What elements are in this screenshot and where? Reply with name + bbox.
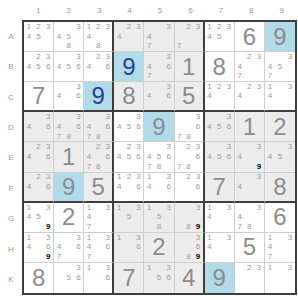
candidate-empty	[34, 72, 44, 82]
candidates: 12345	[205, 22, 234, 51]
candidate-3: 3	[134, 173, 144, 182]
candidate-2: 2	[244, 263, 254, 273]
candidates: 2346	[84, 52, 112, 81]
candidate-empty	[175, 142, 184, 152]
candidate-empty	[74, 72, 84, 82]
candidate-empty	[175, 32, 184, 42]
candidate-empty	[265, 142, 275, 152]
candidate-empty	[275, 82, 285, 91]
candidate-empty	[124, 203, 134, 213]
candidate-9: 9	[193, 222, 202, 232]
candidate-empty	[43, 191, 53, 200]
candidate-7: 7	[175, 132, 184, 142]
cell-K1[interactable]: 8	[24, 263, 54, 293]
candidate-empty	[244, 101, 254, 110]
candidate-empty	[214, 162, 224, 172]
cell-G9[interactable]: 6	[265, 203, 295, 233]
col-label-6: 6	[175, 0, 205, 20]
big-digit-1: 1	[54, 142, 83, 171]
candidate-3: 3	[164, 263, 174, 273]
candidate-6: 6	[103, 273, 112, 283]
candidate-empty	[134, 32, 144, 42]
candidate-empty	[64, 92, 74, 101]
cell-A3[interactable]: 12348	[84, 22, 114, 52]
candidate-3: 3	[103, 22, 112, 32]
candidate-empty	[275, 242, 285, 252]
candidate-empty	[124, 32, 134, 42]
cell-K3[interactable]: 136	[84, 263, 114, 293]
cell-F4[interactable]: 12346	[114, 173, 144, 203]
candidate-empty	[144, 52, 154, 62]
candidate-3: 3	[103, 142, 112, 152]
candidate-3: 3	[74, 233, 84, 243]
candidate-7: 7	[235, 222, 245, 232]
candidate-4: 4	[265, 92, 275, 101]
candidate-5: 5	[154, 273, 164, 283]
candidate-9: 9	[43, 252, 53, 262]
cell-H1[interactable]: 13469	[24, 233, 54, 263]
cell-C9[interactable]: 134	[265, 82, 295, 112]
cell-F3[interactable]: 5	[84, 173, 114, 203]
candidate-empty	[24, 252, 34, 262]
candidate-empty	[124, 132, 134, 142]
cell-A7[interactable]: 12345	[205, 22, 235, 52]
sudoku-grid: 1234534581234823434723712345692345634562…	[22, 20, 297, 295]
big-digit-6: 6	[235, 22, 264, 51]
cell-H6[interactable]: 3689	[175, 233, 205, 263]
candidate-1: 1	[114, 173, 124, 182]
big-digit-5: 5	[235, 233, 264, 262]
candidate-2: 2	[184, 173, 193, 182]
candidate-6: 6	[164, 152, 174, 162]
cell-C8[interactable]: 234	[235, 82, 265, 112]
candidate-empty	[184, 233, 193, 243]
cell-A6[interactable]: 237	[175, 22, 205, 52]
candidate-6: 6	[164, 182, 174, 191]
cell-C7[interactable]: 1234	[205, 82, 235, 112]
candidate-empty	[54, 22, 64, 32]
sudoku-page: 123456789 ABCDEFGHK 12345345812348234347…	[0, 0, 298, 300]
candidate-empty	[265, 101, 275, 110]
candidate-empty	[134, 252, 144, 262]
cell-E6[interactable]: 23678	[175, 142, 205, 172]
candidate-1: 1	[84, 263, 93, 273]
cell-B9[interactable]: 3457	[265, 52, 295, 82]
cell-A8[interactable]: 6	[235, 22, 265, 52]
candidate-5: 5	[34, 62, 44, 72]
candidate-6: 6	[43, 152, 53, 162]
candidate-2: 2	[34, 22, 44, 32]
cell-G3[interactable]: 1347	[84, 203, 114, 233]
candidate-3: 3	[285, 82, 295, 91]
cell-G8[interactable]: 3478	[235, 203, 265, 233]
candidate-3: 3	[103, 233, 112, 243]
candidate-3: 3	[43, 52, 53, 62]
cell-E8[interactable]: 349	[235, 142, 265, 172]
candidate-5: 5	[64, 32, 74, 42]
cell-A4[interactable]: 234	[114, 22, 144, 52]
cell-E2[interactable]: 1	[54, 142, 84, 172]
candidate-empty	[34, 203, 44, 213]
cell-A5[interactable]: 347	[144, 22, 174, 52]
cell-H8[interactable]: 5	[235, 233, 265, 263]
cell-C6[interactable]: 5	[175, 82, 205, 112]
candidate-empty	[154, 62, 164, 72]
cell-C5[interactable]: 346	[144, 82, 174, 112]
candidate-empty	[134, 212, 144, 222]
cell-H4[interactable]: 136	[114, 233, 144, 263]
candidate-empty	[84, 52, 93, 62]
candidate-4: 4	[205, 152, 215, 162]
candidate-2: 2	[184, 142, 193, 152]
candidate-empty	[224, 162, 234, 172]
cell-E5[interactable]: 345678	[144, 142, 174, 172]
candidate-3: 3	[43, 142, 53, 152]
col-label-8: 8	[236, 0, 266, 20]
candidate-empty	[64, 52, 74, 62]
candidate-empty	[244, 152, 254, 162]
candidate-empty	[154, 41, 164, 51]
candidate-empty	[114, 242, 124, 252]
cell-E4[interactable]: 23456	[114, 142, 144, 172]
candidates: 13459	[24, 203, 53, 232]
row-label-D: D	[0, 112, 22, 142]
cell-F7[interactable]: 7	[205, 173, 235, 203]
candidate-empty	[124, 242, 134, 252]
candidate-1: 1	[114, 203, 124, 213]
candidate-empty	[94, 112, 103, 122]
cell-D5[interactable]: 9	[144, 112, 174, 142]
candidate-empty	[24, 132, 34, 142]
candidates: 349	[235, 142, 264, 171]
candidate-empty	[34, 242, 44, 252]
candidate-3: 3	[103, 52, 112, 62]
candidate-empty	[43, 72, 53, 82]
cell-B8[interactable]: 2347	[235, 52, 265, 82]
row-label-C: C	[0, 82, 22, 112]
cell-E9[interactable]: 345	[265, 142, 295, 172]
candidate-empty	[74, 41, 84, 51]
candidate-empty	[154, 101, 164, 110]
candidate-empty	[64, 263, 74, 273]
big-digit-2: 2	[265, 112, 295, 141]
candidate-4: 4	[54, 92, 64, 101]
candidate-empty	[175, 173, 184, 182]
col-label-2: 2	[53, 0, 83, 20]
row-label-K: K	[0, 265, 22, 295]
candidate-6: 6	[193, 242, 202, 252]
candidate-empty	[154, 32, 164, 42]
big-digit-1: 1	[175, 52, 203, 81]
cell-E7[interactable]: 3456	[205, 142, 235, 172]
big-digit-8: 8	[205, 52, 234, 81]
candidate-4: 4	[144, 62, 154, 72]
candidate-empty	[275, 162, 285, 172]
candidate-empty	[214, 92, 224, 101]
candidate-empty	[244, 212, 254, 222]
candidate-empty	[244, 173, 254, 182]
candidate-8: 8	[184, 252, 193, 262]
candidate-empty	[285, 101, 295, 110]
candidate-empty	[244, 142, 254, 152]
cell-H2[interactable]: 3467	[54, 233, 84, 263]
candidate-empty	[175, 191, 184, 200]
candidate-empty	[254, 101, 264, 110]
candidate-1: 1	[24, 203, 34, 213]
candidate-empty	[224, 132, 234, 142]
candidate-empty	[64, 82, 74, 91]
candidate-empty	[124, 252, 134, 262]
candidate-1: 1	[24, 233, 34, 243]
candidates: 236	[175, 173, 203, 201]
cell-A2[interactable]: 3458	[54, 22, 84, 52]
candidate-7: 7	[235, 72, 245, 82]
candidate-1: 1	[24, 22, 34, 32]
cell-D8[interactable]: 1	[235, 112, 265, 142]
candidate-empty	[103, 252, 112, 262]
candidate-5: 5	[214, 152, 224, 162]
candidate-empty	[224, 212, 234, 222]
corner-spacer	[0, 0, 22, 20]
candidate-8: 8	[184, 222, 193, 232]
candidate-1: 1	[205, 203, 215, 213]
cell-C2[interactable]: 346	[54, 82, 84, 112]
candidate-empty	[214, 203, 224, 213]
cell-D6[interactable]: 3678	[175, 112, 205, 142]
cell-D2[interactable]: 34678	[54, 112, 84, 142]
candidate-8: 8	[94, 162, 103, 172]
candidate-empty	[103, 41, 112, 51]
candidate-9: 9	[193, 252, 202, 262]
candidates: 23456	[114, 142, 143, 171]
cell-G4[interactable]: 135	[114, 203, 144, 233]
candidate-empty	[184, 41, 193, 51]
candidate-empty	[103, 132, 112, 142]
cell-H9[interactable]: 1347	[265, 233, 295, 263]
cell-C3[interactable]: 9	[84, 82, 114, 112]
cell-K6[interactable]: 4	[175, 263, 205, 293]
candidate-6: 6	[164, 62, 174, 72]
cell-K9[interactable]: 13	[265, 263, 295, 293]
cell-B1[interactable]: 23456	[24, 52, 54, 82]
candidate-empty	[64, 233, 74, 243]
candidate-6: 6	[74, 92, 84, 101]
candidate-empty	[275, 233, 285, 243]
candidate-3: 3	[43, 112, 53, 122]
cell-A9[interactable]: 9	[265, 22, 295, 52]
cell-G7[interactable]: 134	[205, 203, 235, 233]
candidates: 389	[175, 203, 203, 232]
candidates: 3467	[54, 233, 83, 262]
candidate-empty	[275, 252, 285, 262]
candidate-empty	[64, 252, 74, 262]
candidates: 2346	[24, 142, 53, 171]
candidate-3: 3	[74, 263, 84, 273]
candidate-empty	[184, 122, 193, 132]
candidate-2: 2	[124, 173, 134, 182]
cell-B6[interactable]: 1	[175, 52, 205, 82]
cell-D9[interactable]: 2	[265, 112, 295, 142]
candidates: 34	[235, 173, 264, 201]
cell-H7[interactable]: 134	[205, 233, 235, 263]
candidate-3: 3	[74, 52, 84, 62]
candidate-empty	[134, 191, 144, 200]
cell-B3[interactable]: 2346	[84, 52, 114, 82]
candidate-6: 6	[224, 122, 234, 132]
candidate-empty	[54, 112, 64, 122]
big-digit-5: 5	[84, 173, 112, 201]
candidate-empty	[244, 203, 254, 213]
candidates: 3478	[235, 203, 264, 232]
cell-B7[interactable]: 8	[205, 52, 235, 82]
candidates: 34678	[54, 112, 83, 141]
row-label-B: B	[0, 51, 22, 81]
cell-B2[interactable]: 3456	[54, 52, 84, 82]
candidate-empty	[84, 72, 93, 82]
candidate-3: 3	[254, 173, 264, 182]
candidate-6: 6	[164, 273, 174, 283]
candidate-empty	[164, 222, 174, 232]
candidate-4: 4	[24, 122, 34, 132]
candidate-empty	[94, 32, 103, 42]
cell-K8[interactable]: 23	[235, 263, 265, 293]
candidate-3: 3	[43, 173, 53, 182]
cell-E1[interactable]: 2346	[24, 142, 54, 172]
candidate-1: 1	[265, 233, 275, 243]
candidates: 3689	[175, 233, 203, 262]
candidate-4: 4	[205, 32, 215, 42]
candidate-empty	[144, 191, 154, 200]
cell-F8[interactable]: 34	[235, 173, 265, 203]
candidate-4: 4	[144, 152, 154, 162]
candidate-3: 3	[103, 203, 112, 213]
cell-F6[interactable]: 236	[175, 173, 205, 203]
cell-D4[interactable]: 3456	[114, 112, 144, 142]
cell-D1[interactable]: 346	[24, 112, 54, 142]
cell-G6[interactable]: 389	[175, 203, 205, 233]
cell-D3[interactable]: 34678	[84, 112, 114, 142]
candidate-5: 5	[154, 212, 164, 222]
candidate-6: 6	[134, 152, 144, 162]
candidate-8: 8	[184, 162, 193, 172]
cell-F9[interactable]: 8	[265, 173, 295, 203]
candidate-empty	[214, 41, 224, 51]
candidate-empty	[224, 242, 234, 252]
candidate-empty	[134, 41, 144, 51]
candidate-1: 1	[265, 82, 275, 91]
cell-K5[interactable]: 1356	[144, 263, 174, 293]
row-labels: ABCDEFGHK	[0, 20, 22, 295]
cell-G2[interactable]: 2	[54, 203, 84, 233]
cell-H5[interactable]: 2	[144, 233, 174, 263]
candidate-5: 5	[124, 122, 134, 132]
candidate-empty	[64, 22, 74, 32]
cell-C1[interactable]: 7	[24, 82, 54, 112]
candidate-empty	[175, 222, 184, 232]
cell-K2[interactable]: 356	[54, 263, 84, 293]
candidate-empty	[154, 92, 164, 101]
candidates: 234	[114, 22, 143, 51]
row-label-G: G	[0, 204, 22, 234]
candidate-7: 7	[54, 252, 64, 262]
candidate-empty	[64, 101, 74, 110]
big-digit-6: 6	[265, 203, 295, 232]
candidate-empty	[205, 222, 215, 232]
big-digit-5: 5	[175, 82, 203, 110]
candidate-empty	[205, 162, 215, 172]
candidate-empty	[224, 252, 234, 262]
candidate-4: 4	[205, 212, 215, 222]
candidate-empty	[224, 101, 234, 110]
candidate-empty	[154, 82, 164, 91]
cell-B5[interactable]: 3467	[144, 52, 174, 82]
candidate-empty	[285, 72, 295, 82]
candidate-empty	[214, 212, 224, 222]
candidates: 34678	[84, 112, 112, 141]
cell-G1[interactable]: 13459	[24, 203, 54, 233]
cell-F1[interactable]: 2346	[24, 173, 54, 203]
candidate-2: 2	[34, 173, 44, 182]
candidate-empty	[244, 62, 254, 72]
candidate-7: 7	[175, 162, 184, 172]
cell-C4[interactable]: 8	[114, 82, 144, 112]
candidate-empty	[175, 122, 184, 132]
candidate-empty	[244, 273, 254, 283]
candidate-4: 4	[265, 62, 275, 72]
candidate-empty	[24, 72, 34, 82]
candidate-3: 3	[224, 142, 234, 152]
candidate-5: 5	[124, 212, 134, 222]
cell-F2[interactable]: 9	[54, 173, 84, 203]
candidate-4: 4	[265, 242, 275, 252]
cell-K4[interactable]: 7	[114, 263, 144, 293]
candidate-empty	[265, 283, 275, 293]
candidate-1: 1	[84, 203, 93, 213]
candidate-3: 3	[193, 22, 202, 32]
candidate-empty	[175, 212, 184, 222]
candidate-empty	[94, 203, 103, 213]
candidate-empty	[184, 242, 193, 252]
candidate-4: 4	[24, 62, 34, 72]
candidate-empty	[154, 142, 164, 152]
cell-A1[interactable]: 12345	[24, 22, 54, 52]
candidate-7: 7	[144, 72, 154, 82]
candidate-4: 4	[24, 212, 34, 222]
candidate-8: 8	[244, 222, 254, 232]
candidate-7: 7	[84, 132, 93, 142]
cell-H3[interactable]: 13467	[84, 233, 114, 263]
candidate-empty	[64, 283, 74, 293]
candidate-7: 7	[265, 252, 275, 262]
candidate-3: 3	[164, 173, 174, 182]
candidate-empty	[235, 273, 245, 283]
candidate-3: 3	[254, 82, 264, 91]
candidate-empty	[84, 142, 93, 152]
cell-E3[interactable]: 234678	[84, 142, 114, 172]
cell-G5[interactable]: 1358	[144, 203, 174, 233]
cell-B4[interactable]: 9	[114, 52, 144, 82]
candidate-empty	[285, 62, 295, 72]
candidate-empty	[275, 92, 285, 101]
candidate-2: 2	[214, 22, 224, 32]
candidate-empty	[54, 263, 64, 273]
cell-K7[interactable]: 9	[205, 263, 235, 293]
candidate-1: 1	[84, 233, 93, 243]
candidates: 345678	[144, 142, 173, 171]
candidate-3: 3	[285, 233, 295, 243]
cell-F5[interactable]: 1346	[144, 173, 174, 203]
cell-D7[interactable]: 3456	[205, 112, 235, 142]
